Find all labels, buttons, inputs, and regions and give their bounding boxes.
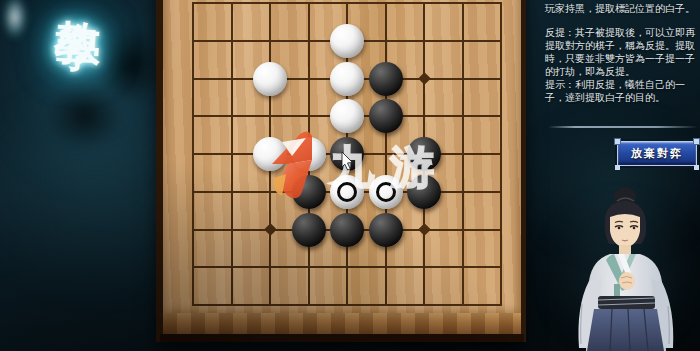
white-stone[interactable] [292,137,326,171]
grid-line [385,2,387,306]
resign-button[interactable]: 放棄對弈 [617,141,697,166]
tutorial-hint-text: 提示：利用反提，犧牲自己的一子，達到提取白子的目的。 [545,78,700,104]
white-stone[interactable] [369,175,403,209]
grid-line [192,304,502,306]
tutor-character-illustration [556,184,700,351]
white-stone[interactable] [253,137,287,171]
white-stone[interactable] [330,175,364,209]
black-stone[interactable] [369,99,403,133]
black-stone[interactable] [369,62,403,96]
capture-target-marker [337,182,357,202]
white-stone[interactable] [253,62,287,96]
grid-line [462,2,464,306]
star-point [418,223,431,236]
grid-line [192,266,502,268]
tutorial-rule-text: 反提：其子被提取後，可以立即再提取對方的棋子，稱為反提。提取時，只要並非雙方皆為… [545,26,700,78]
black-stone[interactable] [369,213,403,247]
black-stone[interactable] [407,175,441,209]
white-stone[interactable] [330,24,364,58]
black-stone[interactable] [292,175,326,209]
panel-divider [548,126,698,128]
capture-target-marker [376,182,396,202]
tutorial-panel: 玩家持黑，提取標記位置的白子。 反提：其子被提取後，可以立即再提取對方的棋子，稱… [545,2,700,104]
tutorial-intro-text: 玩家持黑，提取標記位置的白子。 [545,2,700,15]
white-stone[interactable] [330,62,364,96]
game-screen: 教學 九游 玩家持黑，提取標記位置的白子。 反提：其子被提取後，可以立即再提取對… [0,0,700,351]
black-stone[interactable] [330,213,364,247]
black-stone[interactable] [292,213,326,247]
white-stone[interactable] [330,99,364,133]
black-stone[interactable] [407,137,441,171]
resign-button-label: 放棄對弈 [631,146,683,161]
star-point [264,223,277,236]
star-point [418,72,431,85]
mouse-cursor-icon [341,152,357,171]
grid-line [500,2,502,306]
